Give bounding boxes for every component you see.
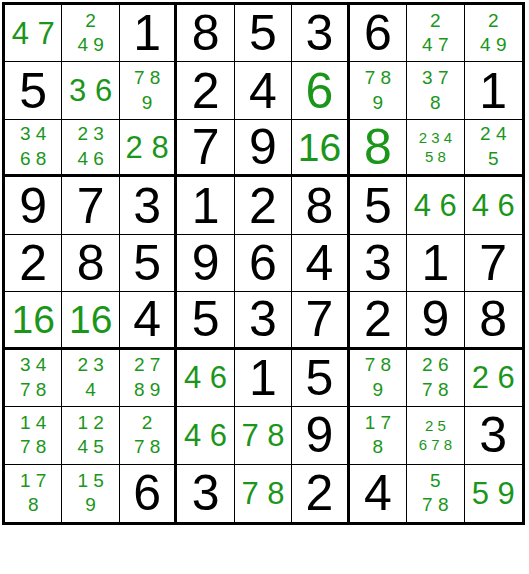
pencil-mark-line: 7 8 (134, 66, 160, 91)
given-digit: 9 (19, 181, 47, 231)
cell-r7c2[interactable]: 2 34 (62, 350, 119, 407)
cell-r3c4[interactable]: 7 (177, 120, 234, 177)
cell-r9c8[interactable]: 57 8 (407, 465, 464, 522)
cell-r5c9[interactable]: 7 (465, 235, 522, 292)
pencil-mark-line: 8 9 (134, 378, 160, 403)
cell-r1c6[interactable]: 3 (292, 5, 349, 62)
cell-r4c4[interactable]: 1 (177, 177, 234, 234)
pencil-marks: 4 6 (414, 190, 457, 221)
cell-r2c1[interactable]: 5 (5, 62, 62, 119)
given-digit: 5 (133, 238, 161, 288)
pencil-mark-line: 7 8 (422, 378, 448, 403)
given-digit: 2 (364, 294, 392, 344)
pencil-mark-line: 2 (134, 411, 160, 436)
given-digit: 8 (192, 8, 220, 58)
cell-r5c1[interactable]: 2 (5, 235, 62, 292)
cell-r7c7[interactable]: 7 89 (350, 350, 407, 407)
pencil-marks: 24 9 (480, 9, 506, 58)
cell-r1c8[interactable]: 24 7 (407, 5, 464, 62)
given-digit: 3 (479, 410, 507, 460)
cell-r2c2[interactable]: 3 6 (62, 62, 119, 119)
given-digit: 1 (249, 353, 277, 403)
pencil-mark-line: 4 6 (184, 420, 227, 451)
pencil-marks: 4 7 (12, 18, 55, 49)
pencil-mark-line: 7 8 (365, 353, 391, 378)
pencil-marks: 24 7 (422, 9, 448, 58)
pencil-mark-line: 4 7 (422, 33, 448, 58)
pencil-mark-line: 16 (298, 128, 341, 167)
given-digit: 5 (192, 294, 220, 344)
cell-r4c8[interactable]: 4 6 (407, 177, 464, 234)
cell-r9c2[interactable]: 1 59 (62, 465, 119, 522)
pencil-marks: 4 6 (472, 190, 515, 221)
pencil-mark-line: 2 6 (472, 362, 515, 393)
pencil-mark-line: 5 8 (419, 147, 452, 167)
cell-r5c4[interactable]: 9 (177, 235, 234, 292)
cell-r9c6[interactable]: 2 (292, 465, 349, 522)
pencil-marks: 3 6 (69, 75, 112, 106)
cell-r8c5[interactable]: 7 8 (235, 407, 292, 464)
given-digit: 4 (306, 238, 334, 288)
pencil-marks: 7 8 (241, 420, 284, 451)
pencil-mark-line: 2 6 (422, 353, 448, 378)
cell-r4c3[interactable]: 3 (120, 177, 177, 234)
cell-r1c9[interactable]: 24 9 (465, 5, 522, 62)
pencil-mark-line: 2 5 (419, 416, 452, 436)
pencil-marks: 3 47 8 (20, 353, 46, 402)
cell-r7c8[interactable]: 2 67 8 (407, 350, 464, 407)
pencil-marks: 4 6 (184, 420, 227, 451)
pencil-mark-line: 7 8 (20, 435, 46, 460)
given-digit: 5 (249, 8, 277, 58)
pencil-mark-line: 9 (134, 91, 160, 116)
cell-r6c4[interactable]: 5 (177, 292, 234, 349)
pencil-mark-line: 4 9 (77, 33, 103, 58)
given-digit: 1 (133, 8, 161, 58)
given-digit: 4 (133, 294, 161, 344)
pencil-mark-line: 16 (69, 300, 112, 339)
pencil-mark-line: 4 (77, 378, 103, 403)
cell-r6c7[interactable]: 2 (350, 292, 407, 349)
pencil-marks: 1 47 8 (20, 411, 46, 460)
entered-digit: 6 (306, 66, 334, 116)
pencil-marks: 7 89 (365, 353, 391, 402)
given-digit: 5 (306, 353, 334, 403)
cell-r2c6[interactable]: 6 (292, 62, 349, 119)
pencil-marks: 2 56 7 8 (419, 416, 452, 455)
cell-r3c1[interactable]: 3 46 8 (5, 120, 62, 177)
pencil-marks: 7 8 (241, 478, 284, 509)
pencil-mark-line: 3 6 (69, 75, 112, 106)
pencil-mark-line: 2 7 (134, 353, 160, 378)
cell-r7c6[interactable]: 5 (292, 350, 349, 407)
pencil-mark-line: 4 6 (414, 190, 457, 221)
pencil-mark-line: 9 (365, 378, 391, 403)
pencil-marks: 2 78 9 (134, 353, 160, 402)
cell-r9c4[interactable]: 3 (177, 465, 234, 522)
given-digit: 1 (192, 181, 220, 231)
pencil-mark-line: 2 4 (480, 122, 506, 147)
pencil-marks: 2 34 (77, 353, 103, 402)
pencil-mark-line: 1 7 (20, 469, 46, 494)
cell-r6c2[interactable]: 16 (62, 292, 119, 349)
cell-r4c9[interactable]: 4 6 (465, 177, 522, 234)
given-digit: 4 (249, 66, 277, 116)
pencil-mark-line: 4 6 (184, 362, 227, 393)
cell-r5c2[interactable]: 8 (62, 235, 119, 292)
cell-r2c5[interactable]: 4 (235, 62, 292, 119)
cell-r8c6[interactable]: 9 (292, 407, 349, 464)
given-digit: 6 (249, 238, 277, 288)
cell-r1c1[interactable]: 4 7 (5, 5, 62, 62)
pencil-marks: 1 78 (20, 469, 46, 518)
pencil-mark-line: 1 2 (77, 411, 103, 436)
cell-r9c7[interactable]: 4 (350, 465, 407, 522)
pencil-mark-line: 4 9 (480, 33, 506, 58)
cell-r1c5[interactable]: 5 (235, 5, 292, 62)
pencil-mark-line: 8 (422, 91, 448, 116)
cell-r4c6[interactable]: 8 (292, 177, 349, 234)
pencil-mark-line: 4 7 (12, 18, 55, 49)
pencil-marks: 57 8 (422, 469, 448, 518)
given-digit: 3 (364, 238, 392, 288)
cell-r5c5[interactable]: 6 (235, 235, 292, 292)
pencil-mark-line: 6 8 (20, 147, 46, 172)
given-digit: 2 (192, 66, 220, 116)
cell-r4c5[interactable]: 2 (235, 177, 292, 234)
cell-r3c5[interactable]: 9 (235, 120, 292, 177)
pencil-mark-line: 2 3 (77, 353, 103, 378)
cell-r9c3[interactable]: 6 (120, 465, 177, 522)
pencil-mark-line: 1 5 (77, 469, 103, 494)
cell-r3c8[interactable]: 2 3 45 8 (407, 120, 464, 177)
pencil-marks: 16 (69, 300, 112, 339)
given-digit: 6 (364, 8, 392, 58)
pencil-marks: 2 45 (480, 122, 506, 171)
cell-r1c2[interactable]: 24 9 (62, 5, 119, 62)
cell-r4c1[interactable]: 9 (5, 177, 62, 234)
given-digit: 2 (306, 468, 334, 518)
pencil-mark-line: 4 6 (77, 147, 103, 172)
pencil-mark-line: 2 (480, 9, 506, 34)
cell-r1c7[interactable]: 6 (350, 5, 407, 62)
cell-r1c3[interactable]: 1 (120, 5, 177, 62)
given-digit: 7 (306, 294, 334, 344)
given-digit: 8 (77, 238, 105, 288)
given-digit: 1 (421, 238, 449, 288)
cell-r5c8[interactable]: 1 (407, 235, 464, 292)
cell-r2c3[interactable]: 7 89 (120, 62, 177, 119)
cell-r8c2[interactable]: 1 24 5 (62, 407, 119, 464)
given-digit: 7 (77, 181, 105, 231)
given-digit: 7 (192, 122, 220, 172)
given-digit: 9 (192, 238, 220, 288)
pencil-mark-line: 7 8 (365, 66, 391, 91)
cell-r9c1[interactable]: 1 78 (5, 465, 62, 522)
given-digit: 9 (421, 294, 449, 344)
given-digit: 3 (306, 8, 334, 58)
pencil-mark-line: 4 6 (472, 190, 515, 221)
pencil-marks: 3 78 (422, 66, 448, 115)
pencil-mark-line: 3 4 (20, 353, 46, 378)
cell-r6c1[interactable]: 16 (5, 292, 62, 349)
pencil-marks: 24 9 (77, 9, 103, 58)
pencil-marks: 2 8 (126, 132, 169, 163)
given-digit: 7 (479, 238, 507, 288)
pencil-mark-line: 8 (20, 493, 46, 518)
pencil-mark-line: 7 8 (422, 493, 448, 518)
pencil-marks: 7 89 (365, 66, 391, 115)
cell-r5c7[interactable]: 3 (350, 235, 407, 292)
pencil-marks: 4 6 (184, 362, 227, 393)
pencil-mark-line: 7 8 (241, 478, 284, 509)
cell-r7c4[interactable]: 4 6 (177, 350, 234, 407)
pencil-mark-line: 7 8 (241, 420, 284, 451)
pencil-mark-line: 5 (422, 469, 448, 494)
pencil-marks: 1 59 (77, 469, 103, 518)
given-digit: 3 (133, 181, 161, 231)
pencil-marks: 1 78 (365, 411, 391, 460)
cell-r9c9[interactable]: 5 9 (465, 465, 522, 522)
cell-r7c3[interactable]: 2 78 9 (120, 350, 177, 407)
cell-r2c9[interactable]: 1 (465, 62, 522, 119)
pencil-mark-line: 2 3 4 (419, 128, 452, 148)
pencil-mark-line: 5 9 (472, 478, 515, 509)
cell-r8c3[interactable]: 27 8 (120, 407, 177, 464)
given-digit: 2 (19, 238, 47, 288)
cell-r6c9[interactable]: 8 (465, 292, 522, 349)
pencil-mark-line: 8 (365, 435, 391, 460)
given-digit: 2 (249, 181, 277, 231)
cell-r6c6[interactable]: 7 (292, 292, 349, 349)
cell-r7c5[interactable]: 1 (235, 350, 292, 407)
given-digit: 3 (249, 294, 277, 344)
given-digit: 1 (479, 66, 507, 116)
cell-r3c6[interactable]: 16 (292, 120, 349, 177)
cell-r7c9[interactable]: 2 6 (465, 350, 522, 407)
pencil-marks: 2 34 6 (77, 122, 103, 171)
pencil-mark-line: 1 7 (365, 411, 391, 436)
pencil-marks: 5 9 (472, 478, 515, 509)
cell-r8c1[interactable]: 1 47 8 (5, 407, 62, 464)
cell-r6c8[interactable]: 9 (407, 292, 464, 349)
cell-r9c5[interactable]: 7 8 (235, 465, 292, 522)
pencil-mark-line: 2 8 (126, 132, 169, 163)
pencil-mark-line: 7 8 (134, 435, 160, 460)
cell-r3c7[interactable]: 8 (350, 120, 407, 177)
pencil-marks: 2 6 (472, 362, 515, 393)
cell-r8c9[interactable]: 3 (465, 407, 522, 464)
pencil-mark-line: 2 3 (77, 122, 103, 147)
cell-r3c2[interactable]: 2 34 6 (62, 120, 119, 177)
pencil-mark-line: 4 5 (77, 435, 103, 460)
pencil-mark-line: 3 4 (20, 122, 46, 147)
given-digit: 9 (249, 122, 277, 172)
pencil-marks: 7 89 (134, 66, 160, 115)
sudoku-board: 4 724 91853624 724 953 67 892467 893 781… (2, 2, 525, 525)
given-digit: 4 (364, 468, 392, 518)
pencil-mark-line: 3 7 (422, 66, 448, 91)
entered-digit: 8 (364, 122, 392, 172)
pencil-mark-line: 6 7 8 (419, 435, 452, 455)
pencil-mark-line: 9 (77, 493, 103, 518)
pencil-mark-line: 5 (480, 147, 506, 172)
cell-r6c3[interactable]: 4 (120, 292, 177, 349)
pencil-mark-line: 1 4 (20, 411, 46, 436)
cell-r8c8[interactable]: 2 56 7 8 (407, 407, 464, 464)
pencil-mark-line: 7 8 (20, 378, 46, 403)
cell-r2c7[interactable]: 7 89 (350, 62, 407, 119)
given-digit: 8 (479, 294, 507, 344)
given-digit: 3 (192, 468, 220, 518)
cell-r8c7[interactable]: 1 78 (350, 407, 407, 464)
given-digit: 9 (306, 410, 334, 460)
given-digit: 5 (364, 181, 392, 231)
pencil-marks: 1 24 5 (77, 411, 103, 460)
pencil-mark-line: 2 (77, 9, 103, 34)
cell-r8c4[interactable]: 4 6 (177, 407, 234, 464)
pencil-marks: 2 67 8 (422, 353, 448, 402)
given-digit: 8 (306, 181, 334, 231)
pencil-marks: 27 8 (134, 411, 160, 460)
cell-r2c4[interactable]: 2 (177, 62, 234, 119)
given-digit: 5 (19, 66, 47, 116)
pencil-marks: 16 (12, 300, 55, 339)
cell-r5c3[interactable]: 5 (120, 235, 177, 292)
pencil-mark-line: 2 (422, 9, 448, 34)
given-digit: 6 (133, 468, 161, 518)
cell-r4c7[interactable]: 5 (350, 177, 407, 234)
cell-r4c2[interactable]: 7 (62, 177, 119, 234)
cell-r1c4[interactable]: 8 (177, 5, 234, 62)
pencil-mark-line: 9 (365, 91, 391, 116)
pencil-marks: 3 46 8 (20, 122, 46, 171)
cell-r7c1[interactable]: 3 47 8 (5, 350, 62, 407)
cell-r5c6[interactable]: 4 (292, 235, 349, 292)
pencil-mark-line: 16 (12, 300, 55, 339)
cell-r6c5[interactable]: 3 (235, 292, 292, 349)
cell-r3c3[interactable]: 2 8 (120, 120, 177, 177)
cell-r3c9[interactable]: 2 45 (465, 120, 522, 177)
pencil-marks: 16 (298, 128, 341, 167)
cell-r2c8[interactable]: 3 78 (407, 62, 464, 119)
pencil-marks: 2 3 45 8 (419, 128, 452, 167)
